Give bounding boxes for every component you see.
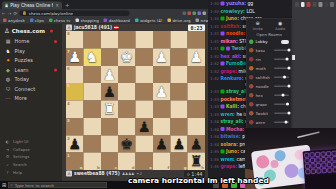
utility-help[interactable]: ?Help xyxy=(0,169,62,177)
bottom-player-name[interactable]: sweetbea88 (475) xyxy=(74,171,120,176)
volume-rows: kasurinmothsaltfishnoodlehexgrapeTwobitw… xyxy=(247,46,292,127)
extension-icon[interactable] xyxy=(203,11,207,15)
chat-timestamp: 1:32 xyxy=(210,61,219,67)
bookmark-item[interactable]: clips xyxy=(30,18,44,23)
bookmark-item[interactable]: dashboard xyxy=(104,18,130,23)
volume-row: rin xyxy=(247,55,292,64)
stream-caption: camera horizontal im left handed xyxy=(128,176,269,185)
volume-thumb[interactable] xyxy=(288,85,291,88)
square-d5[interactable] xyxy=(118,83,135,100)
black-pawn[interactable]: ♟ xyxy=(66,135,83,152)
forward-icon[interactable]: → xyxy=(8,11,12,16)
keyboard-key xyxy=(316,169,321,174)
bookmark-favicon-icon xyxy=(49,19,53,23)
volume-slider[interactable] xyxy=(274,112,289,114)
sidebar-item-today[interactable]: ◍Today xyxy=(0,75,62,85)
black-rook[interactable]: ♜ xyxy=(188,153,205,170)
keyboard-key xyxy=(311,169,316,174)
file-label: e xyxy=(149,165,152,170)
square-g2[interactable]: ♟ xyxy=(170,135,187,152)
sidebar-item-label: Today xyxy=(15,77,29,83)
chat-timestamp: 1:35 xyxy=(210,164,219,170)
logo-pawn-icon: ♙ xyxy=(4,27,10,35)
utility-search[interactable]: ⌕Search xyxy=(0,161,62,169)
black-king[interactable]: ♚ xyxy=(118,135,135,152)
user-avatar xyxy=(249,84,254,89)
keyboard-key xyxy=(321,152,326,157)
chat-username[interactable]: Juno: xyxy=(226,16,239,22)
square-g3[interactable] xyxy=(170,118,187,135)
bookmark-favicon-icon xyxy=(167,19,171,23)
user-avatar xyxy=(249,57,254,62)
chat-username[interactable]: Renkuro: xyxy=(220,76,243,82)
chat-timestamp: 1:33 xyxy=(210,104,219,110)
chat-timestamp: 1:33 xyxy=(210,97,219,103)
chat-username[interactable]: stray_ali: xyxy=(220,119,243,125)
bookmark-label: chess tv xyxy=(54,18,71,23)
bookmarks-bar: anydeskclipschess tvshoppingdashboardwid… xyxy=(0,17,208,24)
file-label: g xyxy=(184,165,187,170)
volume-slider[interactable] xyxy=(274,49,289,51)
bookmark-item[interactable]: widgets (4) xyxy=(135,18,163,23)
chat-timestamp: 1:30 xyxy=(210,1,219,7)
sidebar-item-connect[interactable]: 🗨Connect xyxy=(0,84,62,94)
volume-row: saltfish xyxy=(247,73,292,82)
square-e6[interactable] xyxy=(136,66,153,83)
top-player-clock: 0:23 xyxy=(188,24,205,31)
chat-username[interactable]: grape: xyxy=(220,69,237,75)
square-h6[interactable] xyxy=(188,66,205,83)
square-a1[interactable]: 1a xyxy=(66,153,83,170)
square-d4[interactable] xyxy=(118,101,135,118)
square-h8[interactable] xyxy=(188,31,205,48)
rank-label: 5 xyxy=(67,84,70,89)
user-avatar xyxy=(249,48,254,53)
square-f1[interactable]: f xyxy=(153,153,170,170)
address-bar[interactable]: 🔒 chess.com/play/online xyxy=(19,10,129,16)
panel-notch xyxy=(292,55,295,60)
volume-thumb[interactable] xyxy=(286,103,289,106)
toolbar-icon[interactable] xyxy=(313,2,317,7)
square-g1[interactable]: g xyxy=(170,153,187,170)
chat-timestamp: 1:32 xyxy=(210,76,219,82)
toolbar-icon[interactable] xyxy=(330,2,334,7)
chat-username[interactable]: saltfish: xyxy=(220,24,240,30)
lobby-toggle[interactable] xyxy=(281,40,289,44)
bookmark-favicon-icon xyxy=(196,19,200,23)
file-label: b xyxy=(97,165,100,170)
user-name: wren xyxy=(256,120,266,125)
toolbar-icon[interactable] xyxy=(324,2,328,7)
learn-icon: ◆ xyxy=(5,67,11,73)
voice-panel-button[interactable]: ◉Audio xyxy=(275,21,285,31)
bookmark-label: drive-org xyxy=(172,18,190,23)
square-b4[interactable] xyxy=(83,101,100,118)
white-pawn[interactable]: ♟ xyxy=(66,48,83,65)
user-avatar xyxy=(249,66,254,71)
art-blob xyxy=(255,155,269,169)
black-pawn[interactable]: ♟ xyxy=(101,83,118,100)
chat-timestamp: 1:35 xyxy=(210,149,219,155)
rgb-keyboard xyxy=(303,149,336,189)
square-b2[interactable] xyxy=(83,135,100,152)
utility-label: Light UI xyxy=(13,140,28,145)
chat-username[interactable]: bitwise: xyxy=(220,134,240,140)
chat-username[interactable]: yuzuha: xyxy=(226,1,246,7)
top-player-bar: ♙ jacu5618 (491) 0:23 xyxy=(66,24,205,31)
file-label: f xyxy=(168,165,170,170)
volume-thumb[interactable] xyxy=(288,67,291,70)
white-pawn[interactable]: ♟ xyxy=(101,66,118,83)
chat-text: LOL xyxy=(246,9,254,15)
sidebar-item-more[interactable]: ⋯More xyxy=(0,94,62,104)
square-d8[interactable] xyxy=(118,31,135,48)
square-h4[interactable] xyxy=(188,101,205,118)
pen xyxy=(297,131,320,138)
file-label: d xyxy=(132,165,135,170)
play-icon: ♞ xyxy=(5,48,11,54)
chat-badge-icon xyxy=(226,47,230,51)
square-h1[interactable]: h♜ xyxy=(188,153,205,170)
chat-timestamp: 1:34 xyxy=(210,142,219,148)
square-b1[interactable]: b xyxy=(83,153,100,170)
square-a8[interactable]: 8 xyxy=(66,31,83,48)
today-icon: ◍ xyxy=(5,77,11,83)
square-c3[interactable] xyxy=(101,118,118,135)
chesscom-logo[interactable]: ♙ Chess.com xyxy=(0,24,62,37)
square-a4[interactable]: 4 xyxy=(66,101,83,118)
white-knight[interactable]: ♞ xyxy=(83,48,100,65)
utility-collapse[interactable]: ⇥Collapse xyxy=(0,146,62,154)
logo-text: Chess.com xyxy=(12,28,45,35)
chat-username[interactable]: hex_aki: xyxy=(220,54,241,60)
search-placeholder: Type here to search xyxy=(15,183,54,188)
volume-row: grape xyxy=(247,100,292,109)
square-f8[interactable] xyxy=(153,31,170,48)
square-h5[interactable] xyxy=(188,83,205,100)
chat-timestamp: 1:31 xyxy=(210,46,219,52)
chess-board[interactable]: 87♟♞♚♟♟6♟5♟♟4♜3♟2♟♚♟♟♟1abcdefgh♜ xyxy=(66,31,205,170)
square-d3[interactable] xyxy=(118,118,135,135)
sidebar-item-home[interactable]: ▦Home xyxy=(0,37,62,47)
chat-username[interactable]: wren: xyxy=(220,112,234,118)
bookmark-favicon-icon xyxy=(135,19,139,23)
square-e4[interactable] xyxy=(136,101,153,118)
square-f7[interactable]: ♟ xyxy=(153,48,170,65)
square-c1[interactable]: c xyxy=(101,153,118,170)
bookmark-favicon-icon xyxy=(104,19,108,23)
square-b7[interactable]: ♞ xyxy=(83,48,100,65)
lock-icon: 🔒 xyxy=(22,11,26,15)
volume-row: wren xyxy=(247,118,292,127)
chat-badge-icon xyxy=(220,62,224,66)
chat-timestamp: 1:34 xyxy=(210,134,219,140)
bookmark-label: widgets (4) xyxy=(140,18,163,23)
volume-slider[interactable] xyxy=(274,58,289,60)
user-name: Twobit xyxy=(256,111,269,116)
bookmark-label: shopping xyxy=(80,18,98,23)
volume-slider[interactable] xyxy=(274,85,289,87)
bookmark-item[interactable]: chess tv xyxy=(49,18,71,23)
volume-row: moth xyxy=(247,64,292,73)
square-c8[interactable] xyxy=(101,31,118,48)
square-c6[interactable]: ♟ xyxy=(101,66,118,83)
rank-label: 6 xyxy=(67,66,70,71)
sidebar-nav: ▦Home♞Play✦Puzzles◆Learn◍Today🗨Connect⋯M… xyxy=(0,37,62,104)
art-blob xyxy=(270,159,279,168)
voice-panel: ⊕Invite◉Audio Open Rooms Lobby kasurinmo… xyxy=(246,18,292,132)
sidebar-item-label: More xyxy=(15,96,27,102)
chat-username[interactable]: Kalli: xyxy=(226,104,239,110)
square-g4[interactable] xyxy=(170,101,187,118)
user-name: saltfish xyxy=(256,75,270,80)
extension-icon[interactable] xyxy=(183,11,187,15)
user-avatar xyxy=(249,111,254,116)
black-pawn[interactable]: ♟ xyxy=(188,135,205,152)
square-d7[interactable]: ♚ xyxy=(118,48,135,65)
square-g7[interactable] xyxy=(170,48,187,65)
taskbar-search[interactable]: ⌕ Type here to search xyxy=(8,182,107,188)
light-ui-icon: ◐ xyxy=(5,140,10,145)
keyboard-key xyxy=(310,152,315,157)
sidebar-item-label: Puzzles xyxy=(15,58,33,64)
volume-slider[interactable] xyxy=(274,94,289,96)
rank-label: 8 xyxy=(67,32,70,37)
utility-label: Search xyxy=(13,162,27,167)
square-e1[interactable]: e xyxy=(136,153,153,170)
white-pawn[interactable]: ♟ xyxy=(188,48,205,65)
chat-text: gg xyxy=(247,1,253,7)
square-e7[interactable] xyxy=(136,48,153,65)
square-c5[interactable]: ♟ xyxy=(101,83,118,100)
bookmark-item[interactable]: anydesk xyxy=(3,18,25,23)
home-icon: ▦ xyxy=(5,39,11,45)
bottom-player-avatar[interactable]: ♙ xyxy=(66,171,72,177)
utility-light-ui[interactable]: ◐Light UI xyxy=(0,138,62,146)
start-button[interactable]: ⊞ xyxy=(0,182,8,188)
sidebar-item-label: Home xyxy=(15,39,30,45)
chat-timestamp: 1:30 xyxy=(210,9,219,15)
chat-timestamp: 1:31 xyxy=(210,31,219,37)
keyboard-keys xyxy=(304,151,336,174)
keyboard-key xyxy=(305,158,310,163)
user-name: moth xyxy=(256,66,266,71)
square-f4[interactable] xyxy=(153,101,170,118)
keyboard-key xyxy=(322,168,327,173)
toolbar-icon[interactable] xyxy=(318,2,322,7)
square-f5[interactable]: ♟ xyxy=(153,83,170,100)
bookmark-label: clips xyxy=(35,18,44,23)
voice-button-label: Audio xyxy=(275,27,285,31)
square-d2[interactable]: ♚ xyxy=(118,135,135,152)
browser-tab-strip: ♟ Play Chess Online for FRE... × + xyxy=(0,0,208,9)
square-a3[interactable]: 3 xyxy=(66,118,83,135)
keyboard-key xyxy=(316,163,321,168)
chat-timestamp: 1:32 xyxy=(210,69,219,75)
notification-dot xyxy=(50,29,53,32)
chesscom-page: ♙ Chess.com ▦Home♞Play✦Puzzles◆Learn◍Tod… xyxy=(0,24,208,181)
square-f2[interactable]: ♟ xyxy=(153,135,170,152)
square-h7[interactable]: ♟ xyxy=(188,48,205,65)
square-g5[interactable] xyxy=(170,83,187,100)
square-b8[interactable] xyxy=(83,31,100,48)
keyboard-key xyxy=(327,162,332,167)
extension-icon[interactable] xyxy=(198,11,202,15)
top-player-avatar[interactable]: ♙ xyxy=(66,25,72,31)
square-b6[interactable] xyxy=(83,66,100,83)
toolbar-icon[interactable] xyxy=(295,2,299,7)
screenshot-viewport: ♟ Play Chess Online for FRE... × + ← → ⟳… xyxy=(0,0,336,189)
square-c2[interactable] xyxy=(101,135,118,152)
square-e8[interactable] xyxy=(136,31,153,48)
chat-username[interactable]: crowleyy: xyxy=(220,9,244,15)
lobby-row[interactable]: Lobby xyxy=(247,38,292,46)
chat-timestamp: 1:31 xyxy=(210,24,219,30)
toolbar-icon[interactable] xyxy=(301,2,305,7)
extension-icon[interactable] xyxy=(188,11,192,15)
chat-username[interactable]: wren: xyxy=(220,157,234,163)
volume-slider[interactable] xyxy=(274,76,289,78)
chat-message: 1:30crowleyy:LOL xyxy=(208,8,292,16)
chat-badge-icon xyxy=(220,127,224,131)
volume-row: noodle xyxy=(247,82,292,91)
back-icon[interactable]: ← xyxy=(2,11,6,16)
volume-slider[interactable] xyxy=(274,67,289,69)
square-a5[interactable]: 5 xyxy=(66,83,83,100)
search-icon: ⌕ xyxy=(5,162,10,167)
bookmark-item[interactable]: drive-org xyxy=(167,18,190,23)
square-g6[interactable] xyxy=(170,66,187,83)
black-pawn[interactable]: ♟ xyxy=(136,118,153,135)
square-c7[interactable] xyxy=(101,48,118,65)
keyboard-key xyxy=(321,157,326,162)
user-avatar xyxy=(249,120,254,125)
chat-timestamp: 1:32 xyxy=(210,54,219,60)
volume-thumb[interactable] xyxy=(288,112,291,115)
volume-thumb[interactable] xyxy=(285,58,288,61)
sidebar-item-label: Learn xyxy=(15,67,29,73)
volume-slider[interactable] xyxy=(274,121,289,123)
keyboard-key xyxy=(305,164,310,169)
collapse-icon: ⇥ xyxy=(5,147,10,152)
chat-username[interactable]: mikan: xyxy=(220,39,237,45)
keyboard-key xyxy=(327,157,332,162)
chat-username[interactable]: Juno: xyxy=(226,149,239,155)
square-h3[interactable] xyxy=(188,118,205,135)
volume-thumb[interactable] xyxy=(288,49,291,52)
file-label: a xyxy=(80,165,83,170)
chesscom-favicon-icon: ♟ xyxy=(5,3,8,7)
chat-timestamp: 1:35 xyxy=(210,157,219,163)
voice-button-icon: ◉ xyxy=(278,21,282,27)
square-e5[interactable] xyxy=(136,83,153,100)
tab-close-icon[interactable]: × xyxy=(55,3,59,8)
volume-thumb[interactable] xyxy=(283,76,286,79)
more-icon: ⋯ xyxy=(5,96,11,102)
chat-username[interactable]: solara: xyxy=(220,142,237,148)
toolbar-icon[interactable] xyxy=(307,2,311,7)
volume-thumb[interactable] xyxy=(282,94,285,97)
sidebar-item-play[interactable]: ♞Play xyxy=(0,46,62,56)
user-name: rin xyxy=(256,57,261,62)
utility-label: Collapse xyxy=(13,147,30,152)
square-f3[interactable] xyxy=(153,118,170,135)
square-b5[interactable] xyxy=(83,83,100,100)
file-label: c xyxy=(115,165,117,170)
bookmark-item[interactable]: shopping xyxy=(75,18,98,23)
white-king[interactable]: ♚ xyxy=(118,48,135,65)
chat-badge-icon xyxy=(220,17,224,21)
black-pawn[interactable]: ♟ xyxy=(153,135,170,152)
chat-badge-icon xyxy=(220,2,224,6)
square-b3[interactable] xyxy=(83,118,100,135)
chat-username[interactable]: grape: xyxy=(220,164,237,170)
square-a7[interactable]: 7♟ xyxy=(66,48,83,65)
settings-icon: ⚙ xyxy=(5,155,10,160)
chat-badge-icon xyxy=(220,150,224,154)
user-name: hex xyxy=(256,93,263,98)
chat-timestamp: 1:34 xyxy=(210,119,219,125)
lobby-name: Lobby xyxy=(256,40,268,45)
sidebar-item-label: Connect xyxy=(15,86,36,92)
chat-timestamp: 1:33 xyxy=(210,89,219,95)
search-icon: ⌕ xyxy=(11,183,13,188)
notification-dot xyxy=(54,68,57,71)
bookmark-favicon-icon xyxy=(3,19,7,23)
volume-row: kasu xyxy=(247,46,292,55)
keyboard-key xyxy=(311,163,316,168)
clock-icon: ◷ xyxy=(187,172,190,176)
connect-icon: 🗨 xyxy=(5,86,11,92)
utility-label: Help xyxy=(13,170,22,175)
voice-panel-button[interactable]: ⊕Invite xyxy=(253,21,263,31)
reload-icon[interactable]: ⟳ xyxy=(14,11,18,16)
extension-icons xyxy=(183,11,207,15)
extension-icon[interactable] xyxy=(193,11,197,15)
white-rook[interactable]: ♜ xyxy=(101,101,118,118)
white-pawn[interactable]: ♟ xyxy=(153,48,170,65)
chat-timestamp: 1:34 xyxy=(210,127,219,133)
square-c4[interactable]: ♜ xyxy=(101,101,118,118)
bookmark-label: dashboard xyxy=(109,18,130,23)
utility-settings[interactable]: ⚙Settings xyxy=(0,153,62,161)
keyboard-key xyxy=(305,169,310,174)
square-f6[interactable] xyxy=(153,66,170,83)
square-g8[interactable] xyxy=(170,31,187,48)
sidebar-item-learn[interactable]: ◆Learn xyxy=(0,65,62,75)
square-d1[interactable]: d xyxy=(118,153,135,170)
top-player-name[interactable]: jacu5618 (491) xyxy=(74,25,112,30)
volume-slider[interactable] xyxy=(274,103,289,105)
square-a6[interactable]: 6 xyxy=(66,66,83,83)
user-name: noodle xyxy=(256,84,270,89)
square-d6[interactable] xyxy=(118,66,135,83)
black-pawn[interactable]: ♟ xyxy=(170,135,187,152)
chat-username[interactable]: Mocha: xyxy=(226,127,244,133)
white-pawn[interactable]: ♟ xyxy=(153,83,170,100)
browser-tab[interactable]: ♟ Play Chess Online for FRE... × xyxy=(2,2,62,10)
chat-username[interactable]: noodle: xyxy=(226,31,245,37)
square-h2[interactable]: ♟ xyxy=(188,135,205,152)
square-e2[interactable] xyxy=(136,135,153,152)
sidebar-item-puzzles[interactable]: ✦Puzzles xyxy=(0,56,62,66)
square-a2[interactable]: 2♟ xyxy=(66,135,83,152)
new-tab-button[interactable]: + xyxy=(65,2,70,9)
keyboard-key xyxy=(327,168,332,173)
keyboard-key xyxy=(332,162,336,167)
square-e3[interactable]: ♟ xyxy=(136,118,153,135)
volume-thumb[interactable] xyxy=(285,121,288,124)
